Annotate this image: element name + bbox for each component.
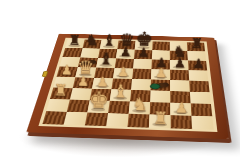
black-pawn-h6: ♟ <box>192 57 204 70</box>
square-g6[interactable]: ♟ <box>170 60 189 70</box>
square-e7[interactable]: ♟ <box>134 50 152 60</box>
square-d5[interactable]: ♟ <box>113 68 133 79</box>
square-f4[interactable] <box>151 80 171 92</box>
black-pawn-g6: ♟ <box>174 57 186 70</box>
square-c2[interactable]: ♚ <box>87 100 109 113</box>
white-king-c2: ♚ <box>88 89 109 113</box>
black-pawn-e7: ♟ <box>137 46 148 59</box>
square-e5[interactable] <box>132 69 151 80</box>
square-a5[interactable]: ♟ <box>57 67 78 78</box>
square-e6[interactable] <box>133 59 152 69</box>
square-a2[interactable] <box>46 99 70 112</box>
fallen-piece-f4 <box>151 82 170 89</box>
square-h6[interactable]: ♟ <box>188 60 207 70</box>
white-knight-e2: ♞ <box>131 96 147 114</box>
square-h1[interactable] <box>191 116 213 130</box>
black-rook-a8: ♜ <box>68 34 81 48</box>
square-e1[interactable] <box>128 114 150 128</box>
square-c8[interactable]: ♝ <box>100 40 119 49</box>
product-photo: ♜♞♝♛♚♜♟♟♞♝♟♟♟♟♛♟♟♟♟♜♝♚♞♟♜ <box>0 0 240 160</box>
square-f1[interactable]: ♜ <box>149 114 171 128</box>
square-h4[interactable] <box>189 81 209 93</box>
square-b8[interactable]: ♞ <box>83 40 102 49</box>
white-rook-a3: ♜ <box>53 83 68 99</box>
square-d3[interactable]: ♝ <box>110 89 131 101</box>
white-bishop-d3: ♝ <box>112 82 129 100</box>
square-e2[interactable]: ♞ <box>129 102 150 115</box>
square-g4[interactable] <box>170 80 190 92</box>
square-c6[interactable]: ♝ <box>96 58 116 68</box>
square-b1[interactable] <box>64 112 88 126</box>
square-f5[interactable]: ♟ <box>151 69 170 80</box>
square-b2[interactable] <box>67 100 90 113</box>
square-d2[interactable] <box>108 101 130 114</box>
board-grid: ♜♞♝♛♚♜♟♟♞♝♟♟♟♟♛♟♟♟♟♜♝♚♞♟♜ <box>42 39 213 130</box>
white-rook-f1: ♜ <box>152 110 168 127</box>
black-knight-b8: ♞ <box>85 33 99 48</box>
white-pawn-f5: ♟ <box>155 66 167 79</box>
square-h5[interactable] <box>189 70 209 81</box>
square-d1[interactable] <box>106 113 129 127</box>
square-g1[interactable] <box>170 115 192 129</box>
black-pawn-d7: ♟ <box>119 46 130 59</box>
white-pawn-a5: ♟ <box>60 63 72 76</box>
square-d7[interactable]: ♟ <box>116 49 135 59</box>
square-h2[interactable] <box>191 103 213 116</box>
square-h8[interactable]: ♜ <box>187 42 205 51</box>
brass-hinge-icon <box>42 71 49 77</box>
white-pawn-b4: ♟ <box>77 74 89 88</box>
board-inner-border: ♜♞♝♛♚♜♟♟♞♝♟♟♟♟♛♟♟♟♟♜♝♚♞♟♜ <box>38 38 217 132</box>
square-f3[interactable] <box>150 91 170 103</box>
square-c1[interactable] <box>85 112 108 126</box>
square-g5[interactable] <box>170 70 189 81</box>
white-pawn-g2: ♟ <box>174 100 187 115</box>
white-pawn-d5: ♟ <box>117 65 129 78</box>
black-bishop-c8: ♝ <box>102 33 116 49</box>
square-h3[interactable] <box>190 92 211 104</box>
chessboard: ♜♞♝♛♚♜♟♟♞♝♟♟♟♟♛♟♟♟♟♜♝♚♞♟♜ <box>26 34 229 139</box>
square-g2[interactable]: ♟ <box>170 103 191 116</box>
black-bishop-c6: ♝ <box>98 51 113 68</box>
black-rook-h8: ♜ <box>190 37 203 51</box>
square-e4[interactable] <box>131 79 151 91</box>
